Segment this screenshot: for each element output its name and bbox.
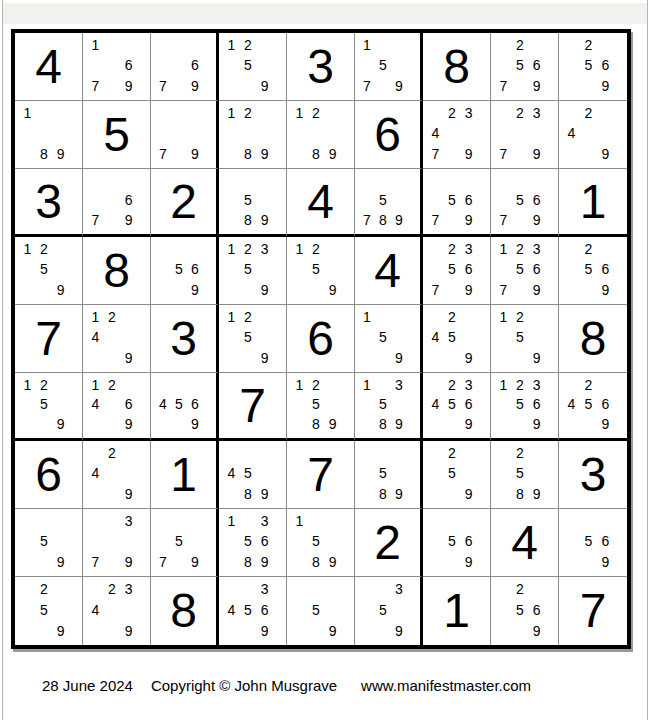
cell-r6c6[interactable]: 13589: [355, 373, 423, 441]
candidate-digit: 5: [36, 600, 53, 621]
empty-candidate-slot: [171, 35, 187, 55]
empty-candidate-slot: [104, 171, 121, 191]
empty-candidate-slot: [104, 210, 121, 230]
candidate-digit: 9: [391, 76, 407, 96]
cell-r3c2[interactable]: 679: [83, 169, 151, 237]
candidate-grid: 569: [423, 509, 490, 576]
empty-candidate-slot: [52, 600, 69, 621]
empty-candidate-slot: [308, 579, 325, 600]
candidate-digit: 5: [512, 55, 529, 75]
candidate-digit: 4: [87, 327, 104, 347]
candidate-digit: 9: [528, 348, 545, 368]
empty-candidate-slot: [256, 463, 273, 483]
cell-r8c7[interactable]: 569: [423, 509, 491, 577]
empty-candidate-slot: [291, 579, 308, 600]
candidate-digit: 6: [120, 55, 137, 75]
cell-r2c5[interactable]: 1289: [287, 101, 355, 169]
cell-r5c4[interactable]: 1259: [219, 305, 287, 373]
empty-candidate-slot: [104, 414, 121, 434]
cell-r4c9[interactable]: 2569: [559, 237, 627, 305]
cell-r6c4[interactable]: 7: [219, 373, 287, 441]
given-digit: 6: [15, 441, 82, 508]
empty-candidate-slot: [563, 531, 580, 551]
cell-r3c5[interactable]: 4: [287, 169, 355, 237]
empty-candidate-slot: [324, 103, 341, 123]
empty-candidate-slot: [495, 55, 512, 75]
candidate-digit: 5: [171, 531, 187, 551]
candidate-digit: 1: [223, 239, 240, 259]
candidate-digit: 2: [36, 239, 53, 259]
empty-candidate-slot: [359, 171, 375, 191]
cell-r9c6[interactable]: 359: [355, 577, 423, 645]
cell-r5c2[interactable]: 1249: [83, 305, 151, 373]
cell-r4c4[interactable]: 12359: [219, 237, 287, 305]
cell-r3c8[interactable]: 5679: [491, 169, 559, 237]
candidate-digit: 1: [495, 375, 512, 395]
cell-r2c8[interactable]: 2379: [491, 101, 559, 169]
cell-r5c5[interactable]: 6: [287, 305, 355, 373]
candidate-digit: 6: [120, 191, 137, 211]
cell-r1c1[interactable]: 4: [15, 33, 83, 101]
cell-r9c3[interactable]: 8: [151, 577, 219, 645]
candidate-digit: 6: [187, 259, 203, 279]
empty-candidate-slot: [155, 259, 171, 279]
given-digit: 1: [423, 577, 490, 645]
candidate-digit: 5: [240, 55, 257, 75]
candidate-digit: 9: [120, 552, 137, 572]
empty-candidate-slot: [580, 280, 597, 300]
cell-r5c3[interactable]: 3: [151, 305, 219, 373]
empty-candidate-slot: [155, 239, 171, 259]
candidate-digit: 7: [359, 210, 375, 230]
cell-r7c6[interactable]: 589: [355, 441, 423, 509]
cell-r7c5[interactable]: 7: [287, 441, 355, 509]
candidate-digit: 5: [580, 259, 597, 279]
candidate-digit: 7: [495, 280, 512, 300]
cell-r8c4[interactable]: 135689: [219, 509, 287, 577]
cell-r2c6[interactable]: 6: [355, 101, 423, 169]
cell-r4c7[interactable]: 235679: [423, 237, 491, 305]
candidate-digit: 1: [87, 307, 104, 327]
empty-candidate-slot: [444, 280, 461, 300]
cell-r9c7[interactable]: 1: [423, 577, 491, 645]
cell-r5c6[interactable]: 159: [355, 305, 423, 373]
empty-candidate-slot: [223, 144, 240, 164]
candidate-digit: 4: [427, 327, 444, 347]
empty-candidate-slot: [155, 123, 171, 143]
empty-candidate-slot: [291, 395, 308, 415]
candidate-digit: 5: [308, 395, 325, 415]
empty-candidate-slot: [155, 103, 171, 123]
candidate-grid: 1679: [83, 33, 150, 100]
candidate-digit: 5: [444, 395, 461, 415]
empty-candidate-slot: [495, 484, 512, 504]
cell-r6c7[interactable]: 234569: [423, 373, 491, 441]
candidate-grid: 1579: [355, 33, 420, 100]
empty-candidate-slot: [155, 531, 171, 551]
cell-r4c1[interactable]: 1259: [15, 237, 83, 305]
candidate-digit: 1: [87, 35, 104, 55]
empty-candidate-slot: [427, 484, 444, 504]
empty-candidate-slot: [495, 620, 512, 641]
candidate-grid: 79: [151, 101, 216, 168]
empty-candidate-slot: [563, 511, 580, 531]
cell-r8c5[interactable]: 1589: [287, 509, 355, 577]
empty-candidate-slot: [36, 511, 53, 531]
candidate-digit: 7: [155, 76, 171, 96]
candidate-digit: 2: [444, 103, 461, 123]
candidate-digit: 9: [256, 210, 273, 230]
candidate-grid: 1249: [83, 305, 150, 372]
empty-candidate-slot: [187, 35, 203, 55]
empty-candidate-slot: [391, 327, 407, 347]
empty-candidate-slot: [444, 348, 461, 368]
candidate-digit: 9: [528, 144, 545, 164]
empty-candidate-slot: [427, 239, 444, 259]
candidate-digit: 2: [512, 307, 529, 327]
candidate-digit: 7: [359, 76, 375, 96]
empty-candidate-slot: [52, 531, 69, 551]
cell-r6c5[interactable]: 12589: [287, 373, 355, 441]
empty-candidate-slot: [87, 171, 104, 191]
cell-r7c4[interactable]: 4589: [219, 441, 287, 509]
cell-r2c7[interactable]: 23479: [423, 101, 491, 169]
candidate-grid: 234569: [423, 373, 490, 438]
candidate-digit: 1: [291, 103, 308, 123]
candidate-grid: 4569: [151, 373, 216, 438]
candidate-digit: 8: [512, 484, 529, 504]
empty-candidate-slot: [597, 123, 614, 143]
cell-r1c4[interactable]: 1259: [219, 33, 287, 101]
empty-candidate-slot: [495, 171, 512, 191]
candidate-digit: 2: [240, 103, 257, 123]
cell-r1c2[interactable]: 1679: [83, 33, 151, 101]
candidate-digit: 9: [120, 484, 137, 504]
candidate-digit: 9: [391, 620, 407, 641]
empty-candidate-slot: [187, 375, 203, 395]
empty-candidate-slot: [187, 123, 203, 143]
cell-r1c3[interactable]: 679: [151, 33, 219, 101]
candidate-digit: 7: [155, 552, 171, 572]
empty-candidate-slot: [580, 144, 597, 164]
cell-r6c8[interactable]: 123569: [491, 373, 559, 441]
empty-candidate-slot: [19, 620, 36, 641]
cell-r5c7[interactable]: 2459: [423, 305, 491, 373]
empty-candidate-slot: [495, 579, 512, 600]
candidate-digit: 5: [512, 327, 529, 347]
candidate-digit: 2: [512, 35, 529, 55]
candidate-digit: 9: [324, 144, 341, 164]
candidate-digit: 2: [104, 579, 121, 600]
candidate-digit: 3: [256, 511, 273, 531]
cell-r9c9[interactable]: 7: [559, 577, 627, 645]
candidate-grid: 4589: [219, 441, 286, 508]
candidate-digit: 6: [528, 600, 545, 621]
empty-candidate-slot: [460, 307, 477, 327]
candidate-digit: 5: [444, 191, 461, 211]
cell-r9c4[interactable]: 34569: [219, 577, 287, 645]
cell-r7c8[interactable]: 2589: [491, 441, 559, 509]
empty-candidate-slot: [171, 552, 187, 572]
cell-r4c6[interactable]: 4: [355, 237, 423, 305]
empty-candidate-slot: [444, 414, 461, 434]
empty-candidate-slot: [495, 395, 512, 415]
empty-candidate-slot: [87, 414, 104, 434]
candidate-digit: 9: [187, 552, 203, 572]
candidate-grid: 23479: [423, 101, 490, 168]
cell-r8c8[interactable]: 4: [491, 509, 559, 577]
empty-candidate-slot: [444, 552, 461, 572]
candidate-digit: 1: [291, 239, 308, 259]
candidate-digit: 6: [460, 259, 477, 279]
empty-candidate-slot: [324, 579, 341, 600]
empty-candidate-slot: [240, 123, 257, 143]
cell-r7c1[interactable]: 6: [15, 441, 83, 509]
empty-candidate-slot: [87, 511, 104, 531]
cell-r5c9[interactable]: 8: [559, 305, 627, 373]
candidate-digit: 2: [512, 239, 529, 259]
empty-candidate-slot: [104, 55, 121, 75]
candidate-grid: 359: [355, 577, 420, 645]
candidate-digit: 4: [223, 463, 240, 483]
candidate-digit: 6: [528, 259, 545, 279]
empty-candidate-slot: [52, 395, 69, 415]
candidate-digit: 9: [528, 280, 545, 300]
candidate-digit: 3: [528, 103, 545, 123]
candidate-digit: 9: [120, 210, 137, 230]
candidate-digit: 5: [375, 191, 391, 211]
empty-candidate-slot: [308, 511, 325, 531]
empty-candidate-slot: [460, 123, 477, 143]
empty-candidate-slot: [512, 414, 529, 434]
candidate-digit: 9: [324, 280, 341, 300]
candidate-digit: 9: [256, 552, 273, 572]
cell-r6c3[interactable]: 4569: [151, 373, 219, 441]
empty-candidate-slot: [187, 103, 203, 123]
empty-candidate-slot: [256, 55, 273, 75]
empty-candidate-slot: [120, 463, 137, 483]
empty-candidate-slot: [528, 35, 545, 55]
empty-candidate-slot: [52, 103, 69, 123]
candidate-grid: 259: [423, 441, 490, 508]
candidate-digit: 5: [375, 55, 391, 75]
given-digit: 6: [287, 305, 354, 372]
empty-candidate-slot: [444, 511, 461, 531]
candidate-digit: 1: [359, 307, 375, 327]
candidate-grid: 13589: [355, 373, 420, 438]
candidate-digit: 4: [87, 395, 104, 415]
cell-r3c4[interactable]: 589: [219, 169, 287, 237]
candidate-digit: 5: [512, 463, 529, 483]
empty-candidate-slot: [36, 123, 53, 143]
empty-candidate-slot: [359, 395, 375, 415]
cell-r3c9[interactable]: 1: [559, 169, 627, 237]
candidate-grid: 135689: [219, 509, 286, 576]
cell-r7c3[interactable]: 1: [151, 441, 219, 509]
empty-candidate-slot: [427, 191, 444, 211]
cell-r2c1[interactable]: 189: [15, 101, 83, 169]
empty-candidate-slot: [223, 76, 240, 96]
cell-r8c2[interactable]: 379: [83, 509, 151, 577]
candidate-digit: 6: [187, 395, 203, 415]
empty-candidate-slot: [19, 144, 36, 164]
candidate-digit: 5: [580, 55, 597, 75]
empty-candidate-slot: [19, 552, 36, 572]
cell-r3c3[interactable]: 2: [151, 169, 219, 237]
empty-candidate-slot: [36, 103, 53, 123]
empty-candidate-slot: [512, 123, 529, 143]
candidate-digit: 3: [391, 375, 407, 395]
candidate-grid: 2349: [83, 577, 150, 645]
empty-candidate-slot: [375, 375, 391, 395]
candidate-digit: 2: [512, 103, 529, 123]
empty-candidate-slot: [104, 327, 121, 347]
candidate-digit: 9: [256, 144, 273, 164]
cell-r9c1[interactable]: 259: [15, 577, 83, 645]
empty-candidate-slot: [427, 259, 444, 279]
candidate-grid: 1289: [287, 101, 354, 168]
empty-candidate-slot: [120, 327, 137, 347]
candidate-digit: 5: [240, 463, 257, 483]
cell-r9c5[interactable]: 59: [287, 577, 355, 645]
candidate-digit: 7: [495, 76, 512, 96]
cell-r8c3[interactable]: 579: [151, 509, 219, 577]
cell-r8c9[interactable]: 569: [559, 509, 627, 577]
empty-candidate-slot: [359, 443, 375, 463]
empty-candidate-slot: [359, 414, 375, 434]
given-digit: 3: [15, 169, 82, 234]
cell-r1c5[interactable]: 3: [287, 33, 355, 101]
cell-r3c1[interactable]: 3: [15, 169, 83, 237]
empty-candidate-slot: [36, 552, 53, 572]
empty-candidate-slot: [359, 348, 375, 368]
candidate-digit: 5: [580, 531, 597, 551]
cell-r8c1[interactable]: 59: [15, 509, 83, 577]
cell-r4c3[interactable]: 569: [151, 237, 219, 305]
cell-r6c9[interactable]: 24569: [559, 373, 627, 441]
empty-candidate-slot: [104, 463, 121, 483]
candidate-digit: 8: [375, 210, 391, 230]
empty-candidate-slot: [19, 414, 36, 434]
candidate-digit: 3: [460, 375, 477, 395]
cell-r4c5[interactable]: 1259: [287, 237, 355, 305]
candidate-digit: 2: [36, 579, 53, 600]
cell-r3c6[interactable]: 5789: [355, 169, 423, 237]
cell-r4c8[interactable]: 1235679: [491, 237, 559, 305]
empty-candidate-slot: [444, 171, 461, 191]
candidate-digit: 6: [460, 395, 477, 415]
empty-candidate-slot: [171, 123, 187, 143]
cell-r3c7[interactable]: 5679: [423, 169, 491, 237]
empty-candidate-slot: [120, 600, 137, 621]
candidate-grid: 2589: [491, 441, 558, 508]
cell-r5c1[interactable]: 7: [15, 305, 83, 373]
cell-r1c9[interactable]: 2569: [559, 33, 627, 101]
footer-copyright: Copyright © John Musgrave: [151, 677, 337, 694]
candidate-digit: 6: [597, 395, 614, 415]
candidate-digit: 2: [444, 307, 461, 327]
empty-candidate-slot: [256, 307, 273, 327]
empty-candidate-slot: [240, 579, 257, 600]
empty-candidate-slot: [427, 552, 444, 572]
cell-r6c1[interactable]: 1259: [15, 373, 83, 441]
cell-r2c4[interactable]: 1289: [219, 101, 287, 169]
empty-candidate-slot: [324, 123, 341, 143]
empty-candidate-slot: [291, 414, 308, 434]
empty-candidate-slot: [391, 600, 407, 621]
candidate-digit: 1: [223, 103, 240, 123]
empty-candidate-slot: [104, 620, 121, 641]
empty-candidate-slot: [36, 280, 53, 300]
candidate-digit: 8: [240, 552, 257, 572]
cell-r7c7[interactable]: 259: [423, 441, 491, 509]
empty-candidate-slot: [104, 531, 121, 551]
candidate-digit: 2: [104, 307, 121, 327]
empty-candidate-slot: [223, 123, 240, 143]
candidate-digit: 9: [597, 414, 614, 434]
candidate-digit: 2: [512, 443, 529, 463]
cell-r2c3[interactable]: 79: [151, 101, 219, 169]
cell-r6c2[interactable]: 12469: [83, 373, 151, 441]
candidate-digit: 9: [391, 484, 407, 504]
empty-candidate-slot: [171, 239, 187, 259]
cell-r7c2[interactable]: 249: [83, 441, 151, 509]
candidate-digit: 9: [256, 620, 273, 641]
candidate-digit: 8: [240, 144, 257, 164]
cell-r8c6[interactable]: 2: [355, 509, 423, 577]
candidate-grid: 569: [559, 509, 627, 576]
empty-candidate-slot: [359, 55, 375, 75]
empty-candidate-slot: [291, 552, 308, 572]
candidate-digit: 5: [240, 531, 257, 551]
cell-r5c8[interactable]: 1259: [491, 305, 559, 373]
cell-r9c2[interactable]: 2349: [83, 577, 151, 645]
cell-r7c9[interactable]: 3: [559, 441, 627, 509]
candidate-grid: 5679: [423, 169, 490, 234]
candidate-digit: 7: [427, 280, 444, 300]
candidate-digit: 8: [36, 144, 53, 164]
cell-r4c2[interactable]: 8: [83, 237, 151, 305]
empty-candidate-slot: [256, 123, 273, 143]
candidate-digit: 4: [87, 600, 104, 621]
cell-r1c6[interactable]: 1579: [355, 33, 423, 101]
candidate-digit: 9: [256, 76, 273, 96]
candidate-digit: 5: [308, 600, 325, 621]
empty-candidate-slot: [324, 395, 341, 415]
candidate-digit: 9: [460, 210, 477, 230]
cell-r2c9[interactable]: 249: [559, 101, 627, 169]
candidate-digit: 9: [324, 620, 341, 641]
candidate-digit: 2: [444, 239, 461, 259]
empty-candidate-slot: [512, 144, 529, 164]
candidate-digit: 3: [460, 239, 477, 259]
candidate-digit: 9: [120, 414, 137, 434]
sudoku-board: 4167967912593157982567925691895791289128…: [11, 29, 631, 649]
empty-candidate-slot: [104, 76, 121, 96]
cell-r2c2[interactable]: 5: [83, 101, 151, 169]
given-digit: 1: [559, 169, 627, 234]
empty-candidate-slot: [563, 144, 580, 164]
cell-r1c8[interactable]: 25679: [491, 33, 559, 101]
candidate-grid: 2569: [559, 33, 627, 100]
empty-candidate-slot: [52, 239, 69, 259]
cell-r9c8[interactable]: 2569: [491, 577, 559, 645]
candidate-digit: 4: [427, 395, 444, 415]
empty-candidate-slot: [104, 35, 121, 55]
empty-candidate-slot: [52, 579, 69, 600]
cell-r1c7[interactable]: 8: [423, 33, 491, 101]
given-digit: 4: [355, 237, 420, 304]
